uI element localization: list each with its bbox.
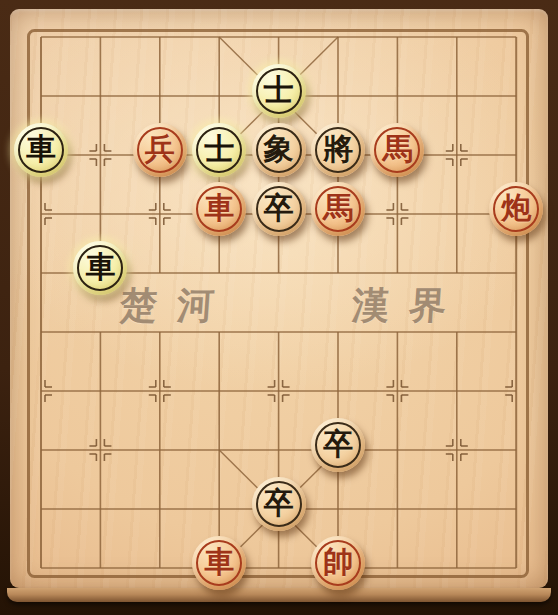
piece-character: 兵 (145, 134, 175, 164)
xiangqi-board-screen: 楚河 漢界 士車兵士象將馬車卒馬炮車卒卒車帥 (0, 0, 558, 615)
piece-character: 炮 (501, 193, 531, 223)
piece-black-soldier[interactable]: 卒 (252, 477, 306, 531)
piece-red-soldier[interactable]: 兵 (133, 123, 187, 177)
piece-black-soldier[interactable]: 卒 (252, 182, 306, 236)
piece-character: 車 (204, 547, 234, 577)
piece-character: 馬 (323, 193, 353, 223)
piece-black-soldier[interactable]: 卒 (311, 418, 365, 472)
piece-black-advisor[interactable]: 士 (252, 64, 306, 118)
piece-character: 帥 (323, 547, 353, 577)
piece-red-chariot[interactable]: 車 (192, 536, 246, 590)
piece-red-chariot[interactable]: 車 (192, 182, 246, 236)
piece-black-chariot[interactable]: 車 (14, 123, 68, 177)
piece-character: 卒 (264, 488, 294, 518)
piece-character: 卒 (323, 429, 353, 459)
piece-character: 象 (264, 134, 294, 164)
piece-red-cannon[interactable]: 炮 (489, 182, 543, 236)
piece-black-elephant[interactable]: 象 (252, 123, 306, 177)
river-label-han-jie: 漢界 (330, 281, 463, 331)
piece-character: 士 (204, 134, 234, 164)
piece-character: 車 (204, 193, 234, 223)
piece-red-general[interactable]: 帥 (311, 536, 365, 590)
piece-character: 卒 (264, 193, 294, 223)
piece-character: 將 (323, 134, 353, 164)
piece-black-general[interactable]: 將 (311, 123, 365, 177)
piece-black-chariot[interactable]: 車 (73, 241, 127, 295)
piece-character: 車 (26, 134, 56, 164)
piece-character: 馬 (382, 134, 412, 164)
piece-character: 車 (85, 252, 115, 282)
piece-black-advisor[interactable]: 士 (192, 123, 246, 177)
river-label-chu-he: 楚河 (98, 281, 231, 331)
piece-character: 士 (264, 75, 294, 105)
piece-red-horse[interactable]: 馬 (311, 182, 365, 236)
piece-red-horse[interactable]: 馬 (370, 123, 424, 177)
